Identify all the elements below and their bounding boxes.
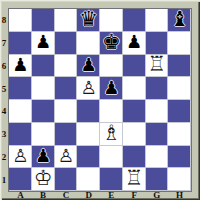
rank-label-7: 7 bbox=[0, 32, 8, 55]
square-d6[interactable]: ♟ bbox=[77, 55, 100, 78]
black-queen[interactable]: ♛ bbox=[79, 9, 98, 30]
board-frame: ♛♝♟♚♟♟♟♖♙♟♗♙♟♙♔♖ 87654321 ABCDEFGH bbox=[0, 0, 200, 200]
black-pawn[interactable]: ♟ bbox=[81, 56, 97, 74]
square-c2[interactable]: ♙ bbox=[55, 146, 78, 169]
square-a5[interactable] bbox=[9, 77, 32, 100]
square-a7[interactable] bbox=[9, 32, 32, 55]
white-pawn[interactable]: ♙ bbox=[81, 79, 97, 97]
square-f4[interactable] bbox=[123, 100, 146, 123]
square-c6[interactable] bbox=[55, 55, 78, 78]
square-g7[interactable] bbox=[146, 32, 169, 55]
square-d1[interactable] bbox=[77, 168, 100, 191]
square-f2[interactable] bbox=[123, 146, 146, 169]
file-label-f: F bbox=[123, 191, 146, 200]
square-g8[interactable] bbox=[146, 9, 169, 32]
square-d7[interactable] bbox=[77, 32, 100, 55]
square-d2[interactable] bbox=[77, 146, 100, 169]
square-h3[interactable] bbox=[168, 123, 191, 146]
square-g2[interactable] bbox=[146, 146, 169, 169]
rank-label-4: 4 bbox=[0, 100, 8, 123]
black-pawn[interactable]: ♟ bbox=[35, 147, 51, 165]
square-f8[interactable] bbox=[123, 9, 146, 32]
square-g3[interactable] bbox=[146, 123, 169, 146]
square-f6[interactable] bbox=[123, 55, 146, 78]
file-label-h: H bbox=[168, 191, 191, 200]
square-h6[interactable] bbox=[168, 55, 191, 78]
square-d5[interactable]: ♙ bbox=[77, 77, 100, 100]
square-a8[interactable] bbox=[9, 9, 32, 32]
white-rook[interactable]: ♖ bbox=[125, 168, 144, 189]
black-pawn[interactable]: ♟ bbox=[12, 56, 28, 74]
rank-label-1: 1 bbox=[0, 168, 8, 191]
square-c4[interactable] bbox=[55, 100, 78, 123]
rank-label-6: 6 bbox=[0, 55, 8, 78]
white-pawn[interactable]: ♙ bbox=[12, 147, 28, 165]
square-e3[interactable]: ♗ bbox=[100, 123, 123, 146]
square-c3[interactable] bbox=[55, 123, 78, 146]
square-g6[interactable]: ♖ bbox=[146, 55, 169, 78]
square-b3[interactable] bbox=[32, 123, 55, 146]
square-c8[interactable] bbox=[55, 9, 78, 32]
square-e7[interactable]: ♚ bbox=[100, 32, 123, 55]
file-label-d: D bbox=[77, 191, 100, 200]
square-e4[interactable] bbox=[100, 100, 123, 123]
square-c5[interactable] bbox=[55, 77, 78, 100]
square-f7[interactable]: ♟ bbox=[123, 32, 146, 55]
square-h4[interactable] bbox=[168, 100, 191, 123]
square-e6[interactable] bbox=[100, 55, 123, 78]
square-a2[interactable]: ♙ bbox=[9, 146, 32, 169]
square-g1[interactable] bbox=[146, 168, 169, 191]
rank-labels: 87654321 bbox=[0, 9, 8, 191]
square-b7[interactable]: ♟ bbox=[32, 32, 55, 55]
square-c7[interactable] bbox=[55, 32, 78, 55]
square-d8[interactable]: ♛ bbox=[77, 9, 100, 32]
rank-label-2: 2 bbox=[0, 146, 8, 169]
square-e5[interactable]: ♟ bbox=[100, 77, 123, 100]
square-a6[interactable]: ♟ bbox=[9, 55, 32, 78]
square-f5[interactable] bbox=[123, 77, 146, 100]
square-b2[interactable]: ♟ bbox=[32, 146, 55, 169]
square-b5[interactable] bbox=[32, 77, 55, 100]
rank-label-8: 8 bbox=[0, 9, 8, 32]
square-b6[interactable] bbox=[32, 55, 55, 78]
white-king[interactable]: ♔ bbox=[34, 168, 53, 189]
black-king[interactable]: ♚ bbox=[102, 32, 121, 53]
black-bishop[interactable]: ♝ bbox=[170, 9, 189, 30]
file-label-g: G bbox=[146, 191, 169, 200]
square-b1[interactable]: ♔ bbox=[32, 168, 55, 191]
white-bishop[interactable]: ♗ bbox=[102, 123, 121, 144]
square-e8[interactable] bbox=[100, 9, 123, 32]
square-h5[interactable] bbox=[168, 77, 191, 100]
square-f1[interactable]: ♖ bbox=[123, 168, 146, 191]
black-pawn[interactable]: ♟ bbox=[35, 33, 51, 51]
square-g5[interactable] bbox=[146, 77, 169, 100]
square-e1[interactable] bbox=[100, 168, 123, 191]
square-h1[interactable] bbox=[168, 168, 191, 191]
rank-label-5: 5 bbox=[0, 77, 8, 100]
square-h8[interactable]: ♝ bbox=[168, 9, 191, 32]
square-d4[interactable] bbox=[77, 100, 100, 123]
square-b8[interactable] bbox=[32, 9, 55, 32]
square-h7[interactable] bbox=[168, 32, 191, 55]
black-pawn[interactable]: ♟ bbox=[103, 79, 119, 97]
rank-label-3: 3 bbox=[0, 123, 8, 146]
square-e2[interactable] bbox=[100, 146, 123, 169]
file-label-b: B bbox=[32, 191, 55, 200]
square-a1[interactable] bbox=[9, 168, 32, 191]
chess-board: ♛♝♟♚♟♟♟♖♙♟♗♙♟♙♔♖ bbox=[8, 8, 192, 192]
square-g4[interactable] bbox=[146, 100, 169, 123]
file-labels: ABCDEFGH bbox=[9, 191, 191, 200]
square-d3[interactable] bbox=[77, 123, 100, 146]
file-label-a: A bbox=[9, 191, 32, 200]
file-label-e: E bbox=[100, 191, 123, 200]
white-pawn[interactable]: ♙ bbox=[58, 147, 74, 165]
square-a4[interactable] bbox=[9, 100, 32, 123]
square-c1[interactable] bbox=[55, 168, 78, 191]
square-h2[interactable] bbox=[168, 146, 191, 169]
black-pawn[interactable]: ♟ bbox=[126, 33, 142, 51]
square-a3[interactable] bbox=[9, 123, 32, 146]
square-f3[interactable] bbox=[123, 123, 146, 146]
white-rook[interactable]: ♖ bbox=[147, 55, 166, 76]
square-b4[interactable] bbox=[32, 100, 55, 123]
file-label-c: C bbox=[55, 191, 78, 200]
